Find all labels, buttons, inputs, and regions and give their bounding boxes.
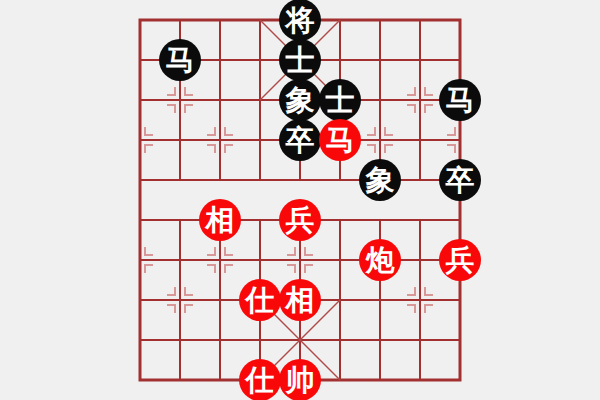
intersection-c0-r8[interactable] xyxy=(120,320,160,360)
piece-black-horse[interactable]: 马 xyxy=(159,39,201,81)
intersection-c4-r1[interactable]: 士 xyxy=(280,40,320,80)
intersection-c3-r6[interactable] xyxy=(240,240,280,280)
intersection-c1-r8[interactable] xyxy=(160,320,200,360)
intersection-c8-r5[interactable] xyxy=(440,200,480,240)
intersection-c1-r3[interactable] xyxy=(160,120,200,160)
intersection-c6-r3[interactable] xyxy=(360,120,400,160)
intersection-c7-r2[interactable] xyxy=(400,80,440,120)
intersection-c3-r2[interactable] xyxy=(240,80,280,120)
intersection-c0-r2[interactable] xyxy=(120,80,160,120)
intersection-c2-r5[interactable]: 相 xyxy=(200,200,240,240)
intersection-c2-r3[interactable] xyxy=(200,120,240,160)
intersection-c6-r0[interactable] xyxy=(360,0,400,40)
intersection-c8-r6[interactable]: 兵 xyxy=(440,240,480,280)
intersection-c5-r9[interactable] xyxy=(320,360,360,400)
intersection-c1-r9[interactable] xyxy=(160,360,200,400)
intersection-c4-r8[interactable] xyxy=(280,320,320,360)
intersection-c6-r5[interactable] xyxy=(360,200,400,240)
intersection-c2-r4[interactable] xyxy=(200,160,240,200)
piece-black-general[interactable]: 将 xyxy=(279,0,321,41)
intersection-c7-r6[interactable] xyxy=(400,240,440,280)
intersection-c6-r1[interactable] xyxy=(360,40,400,80)
intersection-c5-r5[interactable] xyxy=(320,200,360,240)
piece-black-soldier[interactable]: 卒 xyxy=(439,159,481,201)
piece-red-advisor[interactable]: 仕 xyxy=(239,279,281,321)
intersection-c6-r4[interactable]: 象 xyxy=(360,160,400,200)
intersection-c8-r0[interactable] xyxy=(440,0,480,40)
intersection-c2-r0[interactable] xyxy=(200,0,240,40)
piece-black-elephant[interactable]: 象 xyxy=(279,79,321,121)
intersection-c0-r3[interactable] xyxy=(120,120,160,160)
intersection-c2-r9[interactable] xyxy=(200,360,240,400)
piece-red-horse[interactable]: 马 xyxy=(319,119,361,161)
intersection-c0-r7[interactable] xyxy=(120,280,160,320)
intersection-c3-r7[interactable]: 仕 xyxy=(240,280,280,320)
intersection-c7-r8[interactable] xyxy=(400,320,440,360)
intersection-c2-r7[interactable] xyxy=(200,280,240,320)
intersection-c8-r4[interactable]: 卒 xyxy=(440,160,480,200)
intersection-c1-r7[interactable] xyxy=(160,280,200,320)
intersection-c3-r9[interactable]: 仕 xyxy=(240,360,280,400)
intersection-c6-r9[interactable] xyxy=(360,360,400,400)
intersection-c0-r5[interactable] xyxy=(120,200,160,240)
intersection-c3-r4[interactable] xyxy=(240,160,280,200)
piece-black-soldier[interactable]: 卒 xyxy=(279,119,321,161)
piece-red-cannon[interactable]: 炮 xyxy=(359,239,401,281)
intersection-c4-r3[interactable]: 卒 xyxy=(280,120,320,160)
intersection-c5-r4[interactable] xyxy=(320,160,360,200)
intersection-c4-r4[interactable] xyxy=(280,160,320,200)
piece-red-soldier[interactable]: 兵 xyxy=(279,199,321,241)
piece-black-elephant[interactable]: 象 xyxy=(359,159,401,201)
piece-red-soldier[interactable]: 兵 xyxy=(439,239,481,281)
intersection-c0-r1[interactable] xyxy=(120,40,160,80)
intersection-c1-r4[interactable] xyxy=(160,160,200,200)
intersection-c1-r5[interactable] xyxy=(160,200,200,240)
piece-black-advisor[interactable]: 士 xyxy=(279,39,321,81)
piece-red-elephant[interactable]: 相 xyxy=(199,199,241,241)
intersection-c0-r4[interactable] xyxy=(120,160,160,200)
piece-black-horse[interactable]: 马 xyxy=(439,79,481,121)
intersection-c6-r2[interactable] xyxy=(360,80,400,120)
intersection-c1-r0[interactable] xyxy=(160,0,200,40)
intersection-c8-r1[interactable] xyxy=(440,40,480,80)
piece-black-advisor[interactable]: 士 xyxy=(319,79,361,121)
intersection-c1-r6[interactable] xyxy=(160,240,200,280)
intersection-c7-r5[interactable] xyxy=(400,200,440,240)
intersection-c3-r5[interactable] xyxy=(240,200,280,240)
intersection-c3-r8[interactable] xyxy=(240,320,280,360)
intersection-c3-r0[interactable] xyxy=(240,0,280,40)
intersection-c8-r7[interactable] xyxy=(440,280,480,320)
intersection-c7-r1[interactable] xyxy=(400,40,440,80)
intersection-c5-r2[interactable]: 士 xyxy=(320,80,360,120)
intersection-c4-r2[interactable]: 象 xyxy=(280,80,320,120)
intersection-c2-r2[interactable] xyxy=(200,80,240,120)
intersection-c4-r9[interactable]: 帅 xyxy=(280,360,320,400)
intersection-c5-r7[interactable] xyxy=(320,280,360,320)
intersection-c1-r2[interactable] xyxy=(160,80,200,120)
intersection-c5-r0[interactable] xyxy=(320,0,360,40)
intersection-c2-r1[interactable] xyxy=(200,40,240,80)
intersection-c8-r3[interactable] xyxy=(440,120,480,160)
intersection-c7-r3[interactable] xyxy=(400,120,440,160)
intersection-c0-r9[interactable] xyxy=(120,360,160,400)
intersection-c4-r6[interactable] xyxy=(280,240,320,280)
intersection-c7-r7[interactable] xyxy=(400,280,440,320)
intersection-c0-r0[interactable] xyxy=(120,0,160,40)
intersection-c8-r9[interactable] xyxy=(440,360,480,400)
intersection-c8-r8[interactable] xyxy=(440,320,480,360)
intersection-c4-r0[interactable]: 将 xyxy=(280,0,320,40)
intersection-c1-r1[interactable]: 马 xyxy=(160,40,200,80)
intersection-c7-r9[interactable] xyxy=(400,360,440,400)
piece-red-general[interactable]: 帅 xyxy=(279,359,321,400)
intersection-c5-r1[interactable] xyxy=(320,40,360,80)
intersection-c7-r0[interactable] xyxy=(400,0,440,40)
intersection-c4-r5[interactable]: 兵 xyxy=(280,200,320,240)
intersection-c6-r7[interactable] xyxy=(360,280,400,320)
intersection-c4-r7[interactable]: 相 xyxy=(280,280,320,320)
intersection-c2-r8[interactable] xyxy=(200,320,240,360)
intersection-c6-r8[interactable] xyxy=(360,320,400,360)
piece-red-advisor[interactable]: 仕 xyxy=(239,359,281,400)
intersection-c8-r2[interactable]: 马 xyxy=(440,80,480,120)
xiangqi-board: 将马士象士马卒马象卒相兵炮兵仕相仕帅 xyxy=(0,0,600,400)
intersection-c5-r3[interactable]: 马 xyxy=(320,120,360,160)
piece-red-elephant[interactable]: 相 xyxy=(279,279,321,321)
intersection-c7-r4[interactable] xyxy=(400,160,440,200)
intersection-c6-r6[interactable]: 炮 xyxy=(360,240,400,280)
intersection-c0-r6[interactable] xyxy=(120,240,160,280)
intersection-c5-r8[interactable] xyxy=(320,320,360,360)
intersection-c2-r6[interactable] xyxy=(200,240,240,280)
board-intersection-grid: 将马士象士马卒马象卒相兵炮兵仕相仕帅 xyxy=(120,0,480,400)
intersection-c5-r6[interactable] xyxy=(320,240,360,280)
intersection-c3-r1[interactable] xyxy=(240,40,280,80)
intersection-c3-r3[interactable] xyxy=(240,120,280,160)
